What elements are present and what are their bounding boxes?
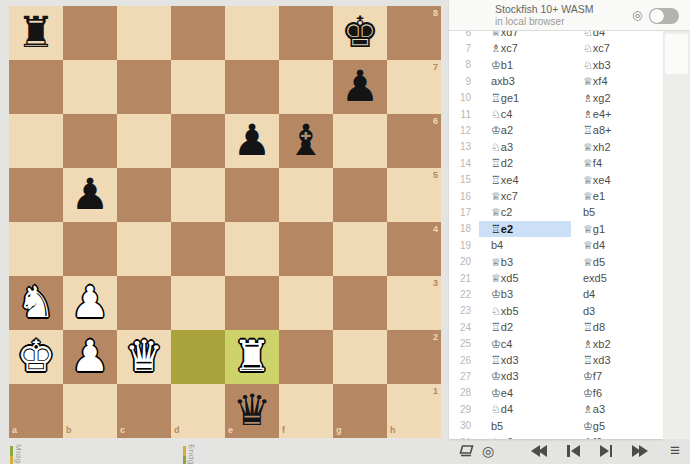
- square-e2[interactable]: ♜: [225, 330, 279, 384]
- square-d7[interactable]: [171, 60, 225, 114]
- move-row-21: 21♕xd5exd5: [449, 270, 663, 286]
- square-a7[interactable]: [9, 60, 63, 114]
- move-black-28[interactable]: ♔f6: [571, 385, 663, 401]
- move-white-18[interactable]: ♖e2: [479, 221, 571, 237]
- book-icon[interactable]: [455, 440, 477, 462]
- square-f6[interactable]: ♝: [279, 114, 333, 168]
- square-a8[interactable]: ♜: [9, 6, 63, 60]
- scrollbar-track[interactable]: [663, 30, 690, 439]
- move-number: 22: [449, 289, 479, 300]
- scrollbar-thumb[interactable]: [665, 34, 688, 74]
- rank-label-7: 7: [433, 63, 438, 72]
- rank-label-8: 8: [433, 9, 438, 18]
- square-c7[interactable]: [117, 60, 171, 114]
- move-black-19[interactable]: ♕d4: [571, 237, 663, 253]
- move-white-30[interactable]: b5: [479, 418, 571, 434]
- square-h7[interactable]: 7: [387, 60, 441, 114]
- square-b4[interactable]: [63, 222, 117, 276]
- move-number: 28: [449, 387, 479, 398]
- rank-label-2: 2: [433, 333, 438, 342]
- engine-subtitle: in local browser: [495, 16, 564, 27]
- square-a2[interactable]: ♚: [9, 330, 63, 384]
- square-f1[interactable]: f: [279, 384, 333, 438]
- square-d8[interactable]: [171, 6, 225, 60]
- square-f2[interactable]: [279, 330, 333, 384]
- move-row-11: 11♘c4♗e4+: [449, 106, 663, 122]
- move-number: 7: [449, 43, 479, 54]
- target-icon[interactable]: ◎: [632, 8, 642, 22]
- square-g1[interactable]: g: [333, 384, 387, 438]
- move-white-13[interactable]: ♘a3: [479, 139, 571, 155]
- black-pawn[interactable]: ♟: [333, 60, 387, 114]
- square-d2[interactable]: [171, 330, 225, 384]
- move-black-25[interactable]: ♗xb2: [571, 336, 663, 352]
- square-a5[interactable]: [9, 168, 63, 222]
- move-white-27[interactable]: ♔xd3: [479, 368, 571, 384]
- move-white-16[interactable]: ♕xc7: [479, 188, 571, 204]
- square-g6[interactable]: [333, 114, 387, 168]
- move-number: 11: [449, 109, 479, 120]
- move-row-9: 9axb3♕xf4: [449, 73, 663, 89]
- rank-label-4: 4: [433, 225, 438, 234]
- square-f4[interactable]: [279, 222, 333, 276]
- move-row-31: 31♘e6+♔f6: [449, 434, 663, 439]
- move-number: 24: [449, 322, 479, 333]
- square-e6[interactable]: ♟: [225, 114, 279, 168]
- square-c4[interactable]: [117, 222, 171, 276]
- move-white-20[interactable]: ♕b3: [479, 254, 571, 270]
- move-white-15[interactable]: ♖xe4: [479, 172, 571, 188]
- square-b5[interactable]: ♟: [63, 168, 117, 222]
- rank-label-6: 6: [433, 117, 438, 126]
- move-number: 29: [449, 404, 479, 415]
- move-white-23[interactable]: ♘xb5: [479, 303, 571, 319]
- square-f5[interactable]: [279, 168, 333, 222]
- rank-label-5: 5: [433, 171, 438, 180]
- black-pawn[interactable]: ♟: [63, 168, 117, 222]
- move-black-31[interactable]: ♔f6: [571, 434, 663, 439]
- square-f3[interactable]: [279, 276, 333, 330]
- move-row-7: 7♗xc7♘xc7: [449, 40, 663, 56]
- move-number: 20: [449, 256, 479, 267]
- move-white-24[interactable]: ♖d2: [479, 319, 571, 335]
- square-c8[interactable]: [117, 6, 171, 60]
- phase-bar: [183, 446, 186, 464]
- white-pawn[interactable]: ♟: [63, 276, 117, 330]
- move-white-9[interactable]: axb3: [479, 73, 571, 89]
- move-number: 12: [449, 125, 479, 136]
- last-move-button[interactable]: [632, 440, 648, 462]
- move-black-29[interactable]: ♗a3: [571, 401, 663, 417]
- move-row-27: 27♔xd3♔f7: [449, 368, 663, 384]
- move-white-22[interactable]: ♔b3: [479, 286, 571, 302]
- move-white-11[interactable]: ♘c4: [479, 106, 571, 122]
- square-c6[interactable]: [117, 114, 171, 168]
- white-knight[interactable]: ♞: [9, 276, 63, 330]
- black-king[interactable]: ♚: [333, 6, 387, 60]
- move-row-18: 18♖e2♕g1: [449, 221, 663, 237]
- move-black-10[interactable]: ♗xg2: [571, 90, 663, 106]
- square-e1[interactable]: e♛: [225, 384, 279, 438]
- move-white-8[interactable]: ♔b1: [479, 57, 571, 73]
- square-b7[interactable]: [63, 60, 117, 114]
- square-d3[interactable]: [171, 276, 225, 330]
- square-b3[interactable]: ♟: [63, 276, 117, 330]
- move-row-25: 25♔c4♗xb2: [449, 336, 663, 352]
- move-black-22[interactable]: d4: [571, 286, 663, 302]
- move-row-16: 16♕xc7♕e1: [449, 188, 663, 204]
- goal-target-icon[interactable]: ◎: [477, 440, 499, 462]
- move-black-20[interactable]: ♕d5: [571, 254, 663, 270]
- move-row-20: 20♕b3♕d5: [449, 254, 663, 270]
- square-h8[interactable]: 8: [387, 6, 441, 60]
- move-row-23: 23♘xb5d3: [449, 303, 663, 319]
- phase-label-endgame: Endgame: [183, 444, 196, 464]
- rank-label-3: 3: [433, 279, 438, 288]
- square-f7[interactable]: [279, 60, 333, 114]
- move-navigation: [521, 440, 658, 462]
- move-row-26: 26♖xd3♖xd3: [449, 352, 663, 368]
- square-e8[interactable]: [225, 6, 279, 60]
- move-number: 10: [449, 92, 479, 103]
- file-label-h: h: [390, 426, 396, 435]
- move-number: 17: [449, 207, 479, 218]
- square-g8[interactable]: ♚: [333, 6, 387, 60]
- square-b8[interactable]: [63, 6, 117, 60]
- square-a1[interactable]: a: [9, 384, 63, 438]
- move-white-31[interactable]: ♘e6+: [479, 434, 571, 439]
- move-number: 9: [449, 76, 479, 87]
- move-black-12[interactable]: ♖a8+: [571, 122, 663, 138]
- square-h2[interactable]: 2: [387, 330, 441, 384]
- analysis-panel: 6♕xd7♘d47♗xc7♘xc78♔b1♘xb39axb3♕xf410♖ge1…: [449, 0, 690, 464]
- square-b1[interactable]: b: [63, 384, 117, 438]
- square-c3[interactable]: [117, 276, 171, 330]
- engine-header: Stockfish 10+ WASM in local browser ◎: [449, 0, 690, 31]
- square-d1[interactable]: d: [171, 384, 225, 438]
- square-g4[interactable]: [333, 222, 387, 276]
- move-black-13[interactable]: ♕xh2: [571, 139, 663, 155]
- square-h6[interactable]: 6: [387, 114, 441, 168]
- move-row-8: 8♔b1♘xb3: [449, 57, 663, 73]
- move-black-9[interactable]: ♕xf4: [571, 73, 663, 89]
- move-white-12[interactable]: ♔a2: [479, 122, 571, 138]
- move-row-17: 17♕c2b5: [449, 204, 663, 220]
- square-g5[interactable]: [333, 168, 387, 222]
- move-black-16[interactable]: ♕e1: [571, 188, 663, 204]
- square-d5[interactable]: [171, 168, 225, 222]
- square-e7[interactable]: [225, 60, 279, 114]
- square-a3[interactable]: ♞: [9, 276, 63, 330]
- square-g2[interactable]: [333, 330, 387, 384]
- move-row-15: 15♖xe4♕xe4: [449, 172, 663, 188]
- move-row-28: 28♔e4♔f6: [449, 385, 663, 401]
- menu-icon[interactable]: ≡: [662, 440, 688, 462]
- square-g3[interactable]: [333, 276, 387, 330]
- move-number: 19: [449, 240, 479, 251]
- move-black-15[interactable]: ♕xe4: [571, 172, 663, 188]
- square-d6[interactable]: [171, 114, 225, 168]
- move-white-21[interactable]: ♕xd5: [479, 270, 571, 286]
- phase-label-midgame: Midgame: [10, 444, 23, 464]
- move-black-21[interactable]: exd5: [571, 270, 663, 286]
- bottom-toolbar: ◎ ≡: [449, 437, 690, 464]
- move-number: 14: [449, 158, 479, 169]
- move-row-14: 14♖d2♕f4: [449, 155, 663, 171]
- move-black-24[interactable]: ♖d8: [571, 319, 663, 335]
- move-number: 21: [449, 273, 479, 284]
- move-black-14[interactable]: ♕f4: [571, 155, 663, 171]
- move-number: 30: [449, 420, 479, 431]
- move-number: 23: [449, 305, 479, 316]
- move-number: 27: [449, 371, 479, 382]
- square-a4[interactable]: [9, 222, 63, 276]
- engine-title: Stockfish 10+ WASM: [495, 4, 594, 15]
- move-row-12: 12♔a2♖a8+: [449, 122, 663, 138]
- square-a6[interactable]: [9, 114, 63, 168]
- move-white-19[interactable]: b4: [479, 237, 571, 253]
- move-white-25[interactable]: ♔c4: [479, 336, 571, 352]
- square-e5[interactable]: [225, 168, 279, 222]
- move-row-22: 22♔b3d4: [449, 286, 663, 302]
- white-pawn[interactable]: ♟: [63, 330, 117, 384]
- move-black-27[interactable]: ♔f7: [571, 368, 663, 384]
- black-bishop[interactable]: ♝: [279, 114, 333, 168]
- square-e4[interactable]: [225, 222, 279, 276]
- move-white-14[interactable]: ♖d2: [479, 155, 571, 171]
- white-queen[interactable]: ♛: [117, 330, 171, 384]
- square-g7[interactable]: ♟: [333, 60, 387, 114]
- move-list[interactable]: 6♕xd7♘d47♗xc7♘xc78♔b1♘xb39axb3♕xf410♖ge1…: [449, 0, 663, 439]
- move-white-29[interactable]: ♘d4: [479, 401, 571, 417]
- move-row-19: 19b4♕d4: [449, 237, 663, 253]
- move-number: 8: [449, 59, 479, 70]
- file-label-d: d: [174, 426, 180, 435]
- square-h1[interactable]: h1: [387, 384, 441, 438]
- next-move-button[interactable]: [600, 440, 613, 462]
- move-row-24: 24♖d2♖d8: [449, 319, 663, 335]
- move-row-30: 30b5♔g5: [449, 418, 663, 434]
- move-number: 16: [449, 191, 479, 202]
- square-b2[interactable]: ♟: [63, 330, 117, 384]
- engine-toggle-switch[interactable]: [649, 8, 679, 24]
- previous-move-button[interactable]: [567, 440, 580, 462]
- move-white-10[interactable]: ♖ge1: [479, 90, 571, 106]
- toggle-knob: [650, 9, 664, 23]
- square-h5[interactable]: 5: [387, 168, 441, 222]
- move-number: 13: [449, 141, 479, 152]
- square-c1[interactable]: c: [117, 384, 171, 438]
- move-number: 15: [449, 174, 479, 185]
- square-h3[interactable]: 3: [387, 276, 441, 330]
- file-label-f: f: [282, 426, 285, 435]
- move-black-7[interactable]: ♘xc7: [571, 40, 663, 56]
- file-label-g: g: [336, 426, 342, 435]
- first-move-button[interactable]: [531, 440, 547, 462]
- move-black-8[interactable]: ♘xb3: [571, 57, 663, 73]
- white-king[interactable]: ♚: [9, 330, 63, 384]
- square-f8[interactable]: [279, 6, 333, 60]
- move-black-30[interactable]: ♔g5: [571, 418, 663, 434]
- move-number: 26: [449, 355, 479, 366]
- chess-board[interactable]: ♜♚8♟7♟♝6♟54♞♟3♚♟♛♜2abcde♛fgh1: [9, 6, 441, 438]
- square-e3[interactable]: [225, 276, 279, 330]
- white-rook[interactable]: ♜: [225, 330, 279, 384]
- move-black-26[interactable]: ♖xd3: [571, 352, 663, 368]
- move-number: 31: [449, 437, 479, 439]
- move-row-29: 29♘d4♗a3: [449, 401, 663, 417]
- file-label-b: b: [66, 426, 72, 435]
- black-queen[interactable]: ♛: [225, 384, 279, 438]
- move-black-23[interactable]: d3: [571, 303, 663, 319]
- move-row-10: 10♖ge1♗xg2: [449, 90, 663, 106]
- move-number: 25: [449, 338, 479, 349]
- square-c5[interactable]: [117, 168, 171, 222]
- square-c2[interactable]: ♛: [117, 330, 171, 384]
- rank-label-1: 1: [433, 387, 438, 396]
- square-b6[interactable]: [63, 114, 117, 168]
- move-black-11[interactable]: ♗e4+: [571, 106, 663, 122]
- move-black-18[interactable]: ♕g1: [571, 221, 663, 237]
- move-black-17[interactable]: b5: [571, 204, 663, 220]
- phase-bar: [10, 446, 13, 464]
- move-white-28[interactable]: ♔e4: [479, 385, 571, 401]
- square-h4[interactable]: 4: [387, 222, 441, 276]
- move-white-7[interactable]: ♗xc7: [479, 40, 571, 56]
- black-pawn[interactable]: ♟: [225, 114, 279, 168]
- square-d4[interactable]: [171, 222, 225, 276]
- black-rook[interactable]: ♜: [9, 6, 63, 60]
- move-row-13: 13♘a3♕xh2: [449, 139, 663, 155]
- move-white-17[interactable]: ♕c2: [479, 204, 571, 220]
- file-label-c: c: [120, 426, 125, 435]
- move-white-26[interactable]: ♖xd3: [479, 352, 571, 368]
- file-label-a: a: [12, 426, 17, 435]
- move-number: 18: [449, 223, 479, 234]
